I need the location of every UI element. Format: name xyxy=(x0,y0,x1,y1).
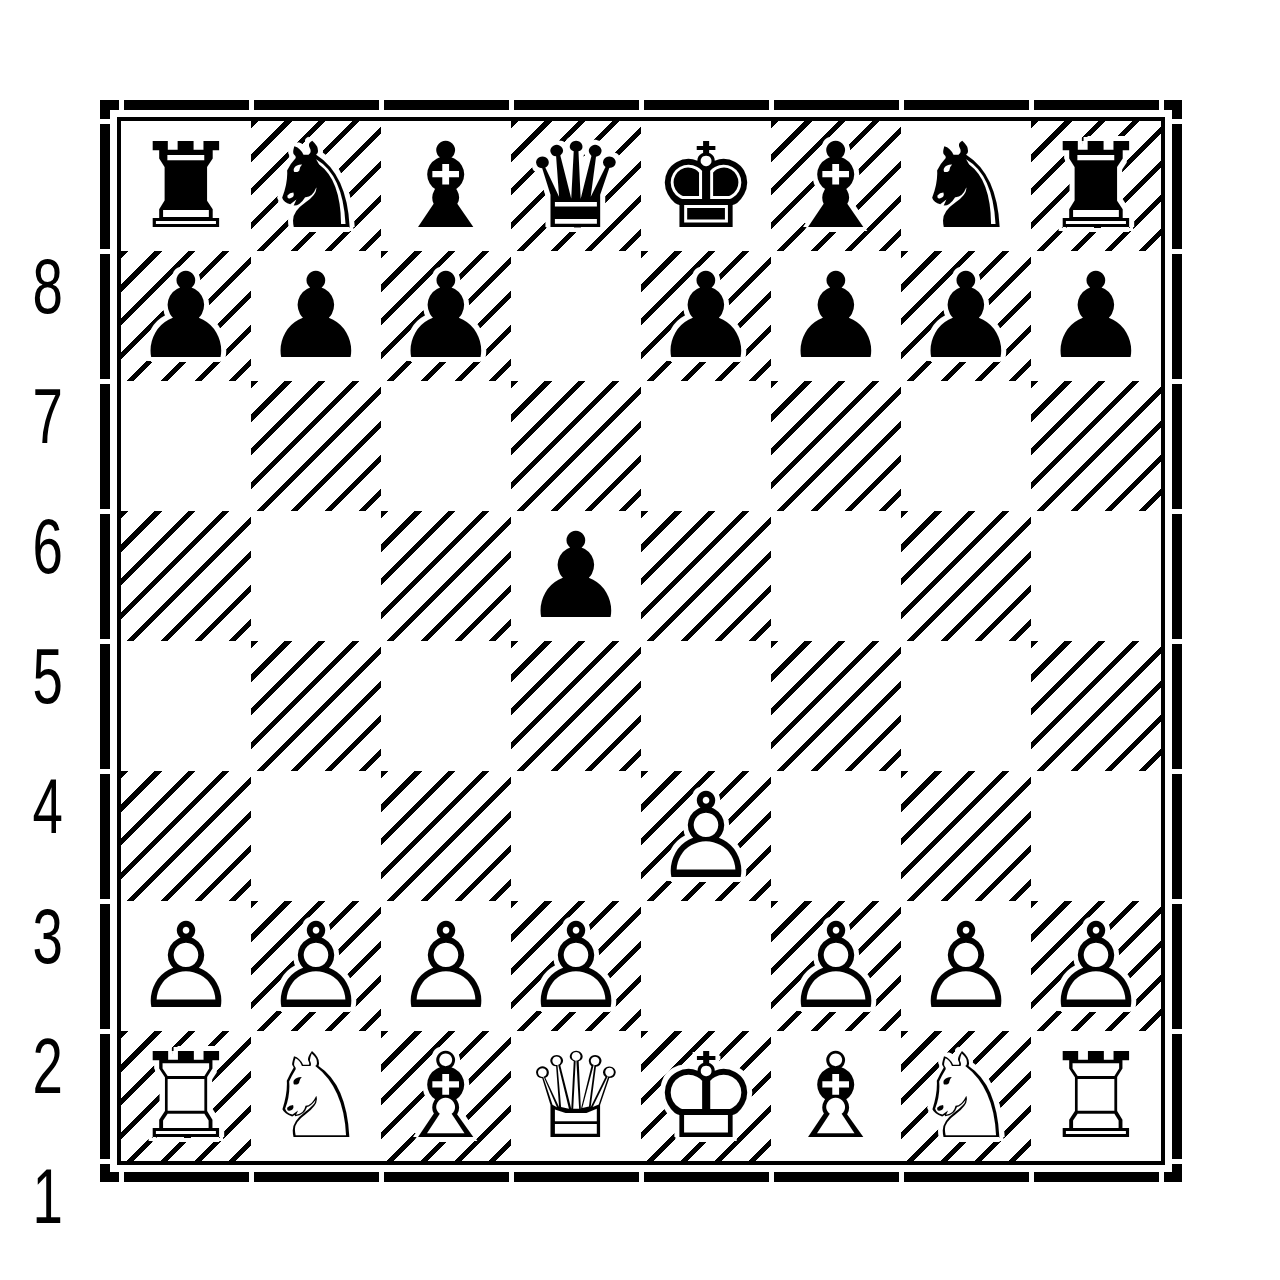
square-e1[interactable]: ♚♔ xyxy=(641,1031,771,1161)
square-g5[interactable] xyxy=(901,511,1031,641)
square-f5[interactable] xyxy=(771,511,901,641)
square-g8[interactable]: ♞♞ xyxy=(901,121,1031,251)
piece-white-pawn[interactable]: ♙ xyxy=(251,901,381,1031)
square-a6[interactable] xyxy=(121,381,251,511)
rank-label-2: 2 xyxy=(0,1001,96,1131)
square-h8[interactable]: ♜♜ xyxy=(1031,121,1161,251)
piece-black-king[interactable]: ♚ xyxy=(641,121,771,251)
square-g2[interactable]: ♟♙ xyxy=(901,901,1031,1031)
file-label-d: d xyxy=(511,1268,641,1280)
piece-white-pawn[interactable]: ♙ xyxy=(771,901,901,1031)
square-d5[interactable]: ♟♟ xyxy=(511,511,641,641)
file-label-c: c xyxy=(381,1268,511,1280)
square-h3[interactable] xyxy=(1031,771,1161,901)
square-e6[interactable] xyxy=(641,381,771,511)
square-d7[interactable] xyxy=(511,251,641,381)
square-a2[interactable]: ♟♙ xyxy=(121,901,251,1031)
piece-black-pawn[interactable]: ♟ xyxy=(121,251,251,381)
piece-white-knight[interactable]: ♘ xyxy=(251,1031,381,1161)
square-b2[interactable]: ♟♙ xyxy=(251,901,381,1031)
square-b1[interactable]: ♞♘ xyxy=(251,1031,381,1161)
square-a1[interactable]: ♜♖ xyxy=(121,1031,251,1161)
rank-label-5: 5 xyxy=(0,611,96,741)
square-b3[interactable] xyxy=(251,771,381,901)
rank-label-7: 7 xyxy=(0,351,96,481)
square-h7[interactable]: ♟♟ xyxy=(1031,251,1161,381)
piece-black-pawn[interactable]: ♟ xyxy=(901,251,1031,381)
square-g4[interactable] xyxy=(901,641,1031,771)
piece-white-knight[interactable]: ♘ xyxy=(901,1031,1031,1161)
piece-black-bishop[interactable]: ♝ xyxy=(771,121,901,251)
square-b5[interactable] xyxy=(251,511,381,641)
square-h6[interactable] xyxy=(1031,381,1161,511)
square-e5[interactable] xyxy=(641,511,771,641)
piece-white-king[interactable]: ♔ xyxy=(641,1031,771,1161)
piece-black-bishop[interactable]: ♝ xyxy=(381,121,511,251)
square-c4[interactable] xyxy=(381,641,511,771)
square-c7[interactable]: ♟♟ xyxy=(381,251,511,381)
rank-labels: 8 7 6 5 4 3 2 1 xyxy=(0,221,96,1261)
square-c3[interactable] xyxy=(381,771,511,901)
chess-board: ♜♜♞♞♝♝♛♛♚♚♝♝♞♞♜♜♟♟♟♟♟♟♟♟♟♟♟♟♟♟♟♟♟♙♟♙♟♙♟♙… xyxy=(100,100,1182,1182)
square-a5[interactable] xyxy=(121,511,251,641)
square-b7[interactable]: ♟♟ xyxy=(251,251,381,381)
board-grid: ♜♜♞♞♝♝♛♛♚♚♝♝♞♞♜♜♟♟♟♟♟♟♟♟♟♟♟♟♟♟♟♟♟♙♟♙♟♙♟♙… xyxy=(121,121,1161,1161)
piece-white-pawn[interactable]: ♙ xyxy=(641,771,771,901)
square-f6[interactable] xyxy=(771,381,901,511)
chess-diagram-page: 8 7 6 5 4 3 2 1 ♜♜♞♞♝♝♛♛♚♚♝♝♞♞♜♜♟♟♟♟♟♟♟♟… xyxy=(0,0,1280,1280)
file-label-g: g xyxy=(901,1268,1031,1280)
square-d2[interactable]: ♟♙ xyxy=(511,901,641,1031)
square-d6[interactable] xyxy=(511,381,641,511)
file-label-f: f xyxy=(771,1268,901,1280)
rank-label-6: 6 xyxy=(0,481,96,611)
square-h1[interactable]: ♜♖ xyxy=(1031,1031,1161,1161)
square-d3[interactable] xyxy=(511,771,641,901)
square-d1[interactable]: ♛♕ xyxy=(511,1031,641,1161)
square-f3[interactable] xyxy=(771,771,901,901)
rank-label-4: 4 xyxy=(0,741,96,871)
piece-white-bishop[interactable]: ♗ xyxy=(771,1031,901,1161)
square-c5[interactable] xyxy=(381,511,511,641)
square-h5[interactable] xyxy=(1031,511,1161,641)
square-d8[interactable]: ♛♛ xyxy=(511,121,641,251)
square-c6[interactable] xyxy=(381,381,511,511)
file-label-e: e xyxy=(641,1268,771,1280)
rank-label-1: 1 xyxy=(0,1131,96,1261)
board-inner-border: ♜♜♞♞♝♝♛♛♚♚♝♝♞♞♜♜♟♟♟♟♟♟♟♟♟♟♟♟♟♟♟♟♟♙♟♙♟♙♟♙… xyxy=(117,117,1165,1165)
rank-label-3: 3 xyxy=(0,871,96,1001)
square-h4[interactable] xyxy=(1031,641,1161,771)
piece-black-rook[interactable]: ♜ xyxy=(1031,121,1161,251)
square-e8[interactable]: ♚♚ xyxy=(641,121,771,251)
piece-white-queen[interactable]: ♕ xyxy=(511,1031,641,1161)
square-c8[interactable]: ♝♝ xyxy=(381,121,511,251)
file-label-h: h xyxy=(1031,1268,1161,1280)
file-label-a: a xyxy=(121,1268,251,1280)
square-e3[interactable]: ♟♙ xyxy=(641,771,771,901)
square-e4[interactable] xyxy=(641,641,771,771)
piece-black-knight[interactable]: ♞ xyxy=(251,121,381,251)
piece-white-pawn[interactable]: ♙ xyxy=(381,901,511,1031)
square-e2[interactable] xyxy=(641,901,771,1031)
piece-black-pawn[interactable]: ♟ xyxy=(1031,251,1161,381)
piece-white-rook[interactable]: ♖ xyxy=(121,1031,251,1161)
square-d4[interactable] xyxy=(511,641,641,771)
piece-black-pawn[interactable]: ♟ xyxy=(381,251,511,381)
piece-white-bishop[interactable]: ♗ xyxy=(381,1031,511,1161)
board-frame: ♜♜♞♞♝♝♛♛♚♚♝♝♞♞♜♜♟♟♟♟♟♟♟♟♟♟♟♟♟♟♟♟♟♙♟♙♟♙♟♙… xyxy=(100,100,1182,1182)
piece-white-pawn[interactable]: ♙ xyxy=(901,901,1031,1031)
square-f4[interactable] xyxy=(771,641,901,771)
rank-label-8: 8 xyxy=(0,221,96,351)
square-f1[interactable]: ♝♗ xyxy=(771,1031,901,1161)
piece-black-knight[interactable]: ♞ xyxy=(901,121,1031,251)
square-g6[interactable] xyxy=(901,381,1031,511)
piece-white-pawn[interactable]: ♙ xyxy=(121,901,251,1031)
piece-black-pawn[interactable]: ♟ xyxy=(251,251,381,381)
square-f2[interactable]: ♟♙ xyxy=(771,901,901,1031)
square-a8[interactable]: ♜♜ xyxy=(121,121,251,251)
square-g3[interactable] xyxy=(901,771,1031,901)
piece-white-rook[interactable]: ♖ xyxy=(1031,1031,1161,1161)
square-f8[interactable]: ♝♝ xyxy=(771,121,901,251)
square-b8[interactable]: ♞♞ xyxy=(251,121,381,251)
square-c2[interactable]: ♟♙ xyxy=(381,901,511,1031)
piece-black-rook[interactable]: ♜ xyxy=(121,121,251,251)
piece-white-pawn[interactable]: ♙ xyxy=(511,901,641,1031)
square-a3[interactable] xyxy=(121,771,251,901)
square-c1[interactable]: ♝♗ xyxy=(381,1031,511,1161)
file-label-b: b xyxy=(251,1268,381,1280)
square-f7[interactable]: ♟♟ xyxy=(771,251,901,381)
square-b4[interactable] xyxy=(251,641,381,771)
piece-black-pawn[interactable]: ♟ xyxy=(511,511,641,641)
square-a4[interactable] xyxy=(121,641,251,771)
piece-white-pawn[interactable]: ♙ xyxy=(1031,901,1161,1031)
piece-black-pawn[interactable]: ♟ xyxy=(641,251,771,381)
file-labels: a b c d e f g h xyxy=(121,1268,1161,1280)
square-h2[interactable]: ♟♙ xyxy=(1031,901,1161,1031)
square-g7[interactable]: ♟♟ xyxy=(901,251,1031,381)
square-e7[interactable]: ♟♟ xyxy=(641,251,771,381)
square-a7[interactable]: ♟♟ xyxy=(121,251,251,381)
square-g1[interactable]: ♞♘ xyxy=(901,1031,1031,1161)
piece-black-queen[interactable]: ♛ xyxy=(511,121,641,251)
square-b6[interactable] xyxy=(251,381,381,511)
piece-black-pawn[interactable]: ♟ xyxy=(771,251,901,381)
